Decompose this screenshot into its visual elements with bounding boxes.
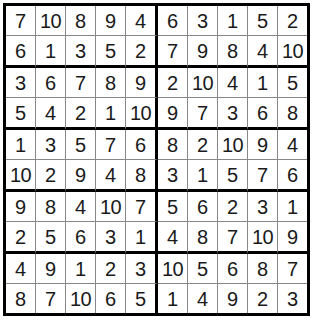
cell-r10-c9[interactable]: 2	[248, 284, 278, 313]
cell-r8-c2[interactable]: 5	[36, 222, 66, 254]
cell-r8-c6[interactable]: 4	[158, 222, 188, 254]
cell-r2-c3[interactable]: 3	[66, 36, 96, 68]
cell-r4-c2[interactable]: 4	[36, 98, 66, 130]
sudoku-board: 7108946315261352798410367892104155421109…	[3, 3, 310, 316]
cell-r3-c3[interactable]: 7	[66, 68, 96, 98]
cell-r6-c1[interactable]: 10	[6, 160, 36, 192]
board-row-8: 25631487109	[6, 222, 307, 254]
cell-r4-c10[interactable]: 8	[278, 98, 307, 130]
cell-r9-c5[interactable]: 3	[126, 254, 158, 284]
cell-r8-c3[interactable]: 6	[66, 222, 96, 254]
cell-r10-c6[interactable]: 1	[158, 284, 188, 313]
cell-r5-c6[interactable]: 8	[158, 130, 188, 160]
cell-r6-c3[interactable]: 9	[66, 160, 96, 192]
cell-r8-c8[interactable]: 7	[218, 222, 248, 254]
cell-r7-c10[interactable]: 1	[278, 192, 307, 222]
cell-r8-c10[interactable]: 9	[278, 222, 307, 254]
cell-r10-c1[interactable]: 8	[6, 284, 36, 313]
cell-r5-c8[interactable]: 10	[218, 130, 248, 160]
cell-r2-c9[interactable]: 4	[248, 36, 278, 68]
cell-r5-c5[interactable]: 6	[126, 130, 158, 160]
cell-r1-c1[interactable]: 7	[6, 6, 36, 36]
cell-r5-c2[interactable]: 3	[36, 130, 66, 160]
cell-r6-c2[interactable]: 2	[36, 160, 66, 192]
cell-r1-c4[interactable]: 9	[96, 6, 126, 36]
cell-r3-c7[interactable]: 10	[188, 68, 218, 98]
cell-r5-c4[interactable]: 7	[96, 130, 126, 160]
cell-r2-c10[interactable]: 10	[278, 36, 307, 68]
cell-r10-c4[interactable]: 6	[96, 284, 126, 313]
board-row-7: 98410756231	[6, 192, 307, 222]
cell-r10-c7[interactable]: 4	[188, 284, 218, 313]
cell-r8-c1[interactable]: 2	[6, 222, 36, 254]
cell-r9-c7[interactable]: 5	[188, 254, 218, 284]
cell-r4-c8[interactable]: 3	[218, 98, 248, 130]
cell-r4-c7[interactable]: 7	[188, 98, 218, 130]
cell-r5-c10[interactable]: 4	[278, 130, 307, 160]
cell-r8-c7[interactable]: 8	[188, 222, 218, 254]
cell-r10-c3[interactable]: 10	[66, 284, 96, 313]
cell-r10-c2[interactable]: 7	[36, 284, 66, 313]
cell-r3-c9[interactable]: 1	[248, 68, 278, 98]
cell-r6-c10[interactable]: 6	[278, 160, 307, 192]
cell-r9-c1[interactable]: 4	[6, 254, 36, 284]
cell-r7-c8[interactable]: 2	[218, 192, 248, 222]
cell-r4-c5[interactable]: 10	[126, 98, 158, 130]
cell-r10-c5[interactable]: 5	[126, 284, 158, 313]
cell-r2-c4[interactable]: 5	[96, 36, 126, 68]
cell-r7-c9[interactable]: 3	[248, 192, 278, 222]
cell-r5-c7[interactable]: 2	[188, 130, 218, 160]
cell-r2-c8[interactable]: 8	[218, 36, 248, 68]
board-row-2: 61352798410	[6, 36, 307, 68]
cell-r3-c1[interactable]: 3	[6, 68, 36, 98]
cell-r6-c8[interactable]: 5	[218, 160, 248, 192]
cell-r7-c2[interactable]: 8	[36, 192, 66, 222]
cell-r1-c5[interactable]: 4	[126, 6, 158, 36]
cell-r4-c4[interactable]: 1	[96, 98, 126, 130]
cell-r9-c9[interactable]: 8	[248, 254, 278, 284]
cell-r8-c5[interactable]: 1	[126, 222, 158, 254]
cell-r8-c4[interactable]: 3	[96, 222, 126, 254]
cell-r4-c9[interactable]: 6	[248, 98, 278, 130]
cell-r7-c7[interactable]: 6	[188, 192, 218, 222]
board-row-5: 13576821094	[6, 130, 307, 160]
cell-r2-c5[interactable]: 2	[126, 36, 158, 68]
cell-r10-c8[interactable]: 9	[218, 284, 248, 313]
cell-r7-c5[interactable]: 7	[126, 192, 158, 222]
cell-r2-c1[interactable]: 6	[6, 36, 36, 68]
cell-r3-c6[interactable]: 2	[158, 68, 188, 98]
board-row-3: 36789210415	[6, 68, 307, 98]
cell-r1-c9[interactable]: 5	[248, 6, 278, 36]
cell-r1-c6[interactable]: 6	[158, 6, 188, 36]
cell-r7-c4[interactable]: 10	[96, 192, 126, 222]
cell-r3-c2[interactable]: 6	[36, 68, 66, 98]
cell-r4-c1[interactable]: 5	[6, 98, 36, 130]
board-row-4: 54211097368	[6, 98, 307, 130]
cell-r10-c10[interactable]: 3	[278, 284, 307, 313]
cell-r9-c2[interactable]: 9	[36, 254, 66, 284]
cell-r1-c8[interactable]: 1	[218, 6, 248, 36]
cell-r7-c6[interactable]: 5	[158, 192, 188, 222]
cell-r4-c6[interactable]: 9	[158, 98, 188, 130]
cell-r3-c5[interactable]: 9	[126, 68, 158, 98]
cell-r3-c8[interactable]: 4	[218, 68, 248, 98]
cell-r7-c1[interactable]: 9	[6, 192, 36, 222]
cell-r7-c3[interactable]: 4	[66, 192, 96, 222]
cell-r5-c3[interactable]: 5	[66, 130, 96, 160]
board-row-9: 49123105687	[6, 254, 307, 284]
cell-r5-c9[interactable]: 9	[248, 130, 278, 160]
board-row-1: 71089463152	[6, 6, 307, 36]
cell-r1-c10[interactable]: 2	[278, 6, 307, 36]
board-row-6: 10294831576	[6, 160, 307, 192]
cell-r9-c4[interactable]: 2	[96, 254, 126, 284]
cell-r6-c5[interactable]: 8	[126, 160, 158, 192]
cell-r9-c3[interactable]: 1	[66, 254, 96, 284]
cell-r4-c3[interactable]: 2	[66, 98, 96, 130]
cell-r2-c2[interactable]: 1	[36, 36, 66, 68]
cell-r1-c7[interactable]: 3	[188, 6, 218, 36]
cell-r1-c3[interactable]: 8	[66, 6, 96, 36]
cell-r6-c4[interactable]: 4	[96, 160, 126, 192]
cell-r6-c7[interactable]: 1	[188, 160, 218, 192]
board-row-10: 87106514923	[6, 284, 307, 313]
cell-r3-c4[interactable]: 8	[96, 68, 126, 98]
cell-r6-c9[interactable]: 7	[248, 160, 278, 192]
cell-r9-c6[interactable]: 10	[158, 254, 188, 284]
cell-r3-c10[interactable]: 5	[278, 68, 307, 98]
cell-r9-c10[interactable]: 7	[278, 254, 307, 284]
cell-r2-c6[interactable]: 7	[158, 36, 188, 68]
cell-r5-c1[interactable]: 1	[6, 130, 36, 160]
cell-r1-c2[interactable]: 10	[36, 6, 66, 36]
cell-r8-c9[interactable]: 10	[248, 222, 278, 254]
cell-r2-c7[interactable]: 9	[188, 36, 218, 68]
cell-r6-c6[interactable]: 3	[158, 160, 188, 192]
cell-r9-c8[interactable]: 6	[218, 254, 248, 284]
